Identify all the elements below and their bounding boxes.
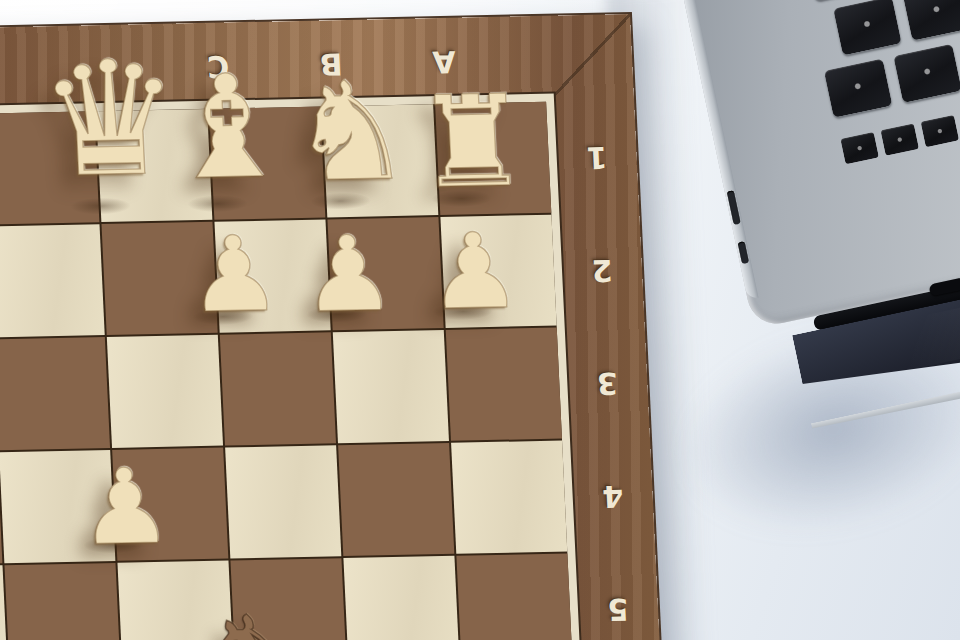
square-d3[interactable] [107, 335, 223, 448]
laptop-keyboard [771, 0, 960, 199]
piece-white-pawn[interactable]: ♟ [300, 224, 398, 325]
square-e5[interactable] [4, 563, 120, 640]
square-e3[interactable] [0, 337, 110, 450]
piece-white-pawn[interactable]: ♟ [76, 457, 174, 558]
square-c5[interactable]: ♞ [230, 558, 346, 640]
laptop-key [824, 58, 893, 117]
square-b4[interactable] [338, 443, 454, 556]
piece-black-knight[interactable]: ♞ [191, 600, 315, 640]
rank-label-1: 1 [585, 140, 608, 175]
laptop-key [893, 44, 960, 103]
square-a3[interactable] [446, 328, 562, 441]
rank-label-3: 3 [596, 365, 619, 400]
square-a5[interactable] [456, 553, 572, 640]
laptop-function-key [840, 132, 879, 165]
piece-white-knight[interactable]: ♞ [287, 66, 415, 198]
rank-label-4: 4 [601, 478, 624, 513]
square-e2[interactable] [0, 224, 105, 337]
piece-white-bishop[interactable]: ♝ [161, 59, 295, 196]
laptop-key [903, 0, 960, 41]
border-miter-seam [544, 14, 634, 102]
laptop-function-key [921, 115, 960, 148]
square-a2[interactable]: ♟ [440, 215, 556, 328]
square-a4[interactable] [451, 441, 567, 554]
square-b5[interactable] [343, 556, 459, 640]
piece-white-rook[interactable]: ♜ [413, 82, 532, 204]
square-c3[interactable] [220, 332, 336, 445]
rank-label-2: 2 [591, 252, 614, 287]
laptop-function-key [880, 123, 919, 156]
square-c4[interactable] [225, 445, 341, 558]
board-playfield: ♟♛♝♞♜♟♟♟♟♞ [0, 94, 597, 640]
piece-black-pawn[interactable]: ♟ [0, 106, 3, 209]
square-b3[interactable] [333, 330, 449, 443]
laptop-key [833, 0, 902, 56]
piece-white-pawn[interactable]: ♟ [186, 225, 284, 326]
rank-label-5: 5 [607, 591, 630, 626]
laptop-port-icon [738, 241, 749, 264]
square-a1[interactable]: ♜ [435, 102, 551, 215]
piece-white-pawn[interactable]: ♟ [426, 222, 524, 323]
chess-board: ♟♛♝♞♜♟♟♟♟♞ ABC12345 [0, 14, 681, 640]
square-d4[interactable]: ♟ [112, 448, 228, 561]
